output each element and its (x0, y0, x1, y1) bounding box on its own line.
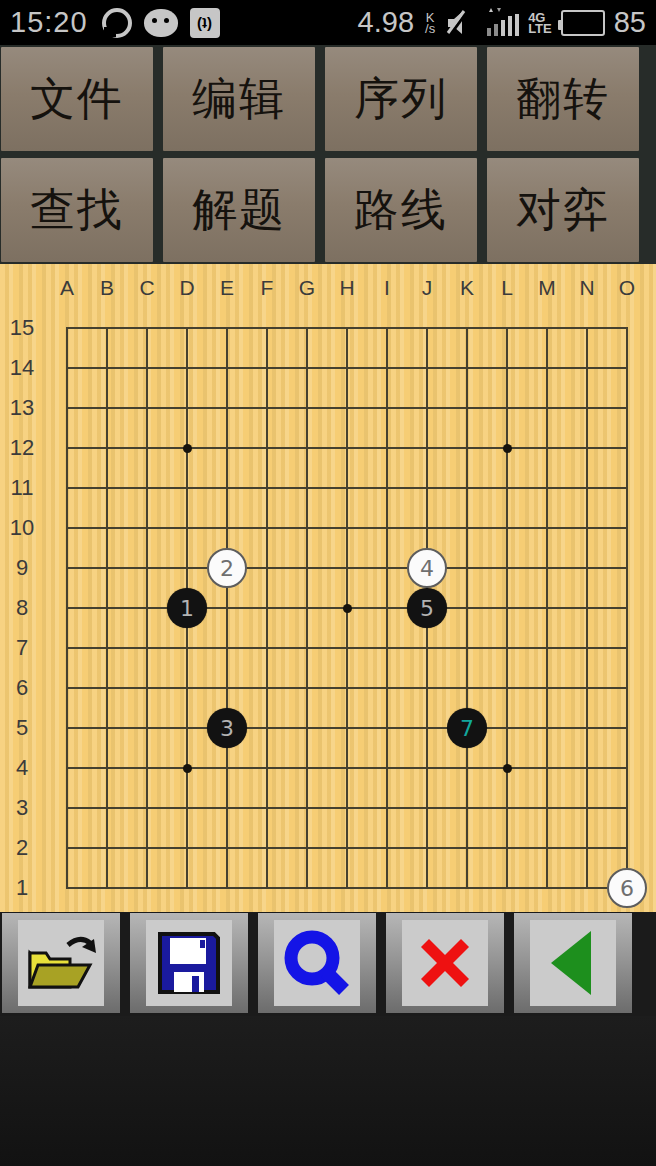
bottom-toolbar (0, 912, 656, 1016)
column-label: J (407, 276, 447, 300)
menu-find-button[interactable]: 查找 (1, 158, 153, 262)
column-label: K (447, 276, 487, 300)
column-label: F (247, 276, 287, 300)
menu-edit-button[interactable]: 编辑 (163, 47, 315, 151)
menu-grid: 文件 编辑 序列 翻转 查找 解题 路线 对弈 (0, 45, 656, 264)
mute-icon (444, 7, 476, 39)
bottom-black-area (0, 1016, 656, 1166)
column-label: G (287, 276, 327, 300)
signal-icon (485, 6, 519, 40)
column-label: C (127, 276, 167, 300)
open-file-button[interactable] (2, 913, 120, 1013)
white-stone-J9[interactable]: 4 (407, 548, 447, 588)
column-label: A (47, 276, 87, 300)
white-stone-O1[interactable]: 6 (607, 868, 647, 908)
star-point (183, 764, 192, 773)
wechat-notification-icon (144, 9, 178, 37)
open-folder-icon (24, 931, 98, 995)
black-stone-J8[interactable]: 5 (407, 588, 447, 628)
row-labels: 151413121110987654321 (4, 308, 40, 908)
menu-flip-button[interactable]: 翻转 (487, 47, 639, 151)
menu-play-button[interactable]: 对弈 (487, 158, 639, 262)
row-label: 15 (4, 308, 40, 348)
column-label: D (167, 276, 207, 300)
save-button[interactable] (130, 913, 248, 1013)
search-icon (282, 928, 352, 998)
row-label: 5 (4, 708, 40, 748)
row-label: 7 (4, 628, 40, 668)
star-point (343, 604, 352, 613)
white-stone-E9[interactable]: 2 (207, 548, 247, 588)
black-stone-K5[interactable]: 7 (447, 708, 487, 748)
qq-notification-icon (102, 8, 132, 38)
column-label: L (487, 276, 527, 300)
save-floppy-icon (156, 930, 222, 996)
hotspot-icon: (ʇ) (190, 8, 220, 38)
row-label: 13 (4, 388, 40, 428)
row-label: 4 (4, 748, 40, 788)
row-label: 10 (4, 508, 40, 548)
battery-icon (561, 10, 605, 36)
back-button[interactable] (514, 913, 632, 1013)
black-stone-E5[interactable]: 3 (207, 708, 247, 748)
row-label: 3 (4, 788, 40, 828)
row-label: 8 (4, 588, 40, 628)
menu-solve-button[interactable]: 解题 (163, 158, 315, 262)
column-label: I (367, 276, 407, 300)
column-labels: ABCDEFGHIJKLMNO (47, 276, 647, 300)
menu-route-button[interactable]: 路线 (325, 158, 477, 262)
go-board[interactable]: ABCDEFGHIJKLMNO 151413121110987654321 12… (0, 264, 656, 912)
black-stone-D8[interactable]: 1 (167, 588, 207, 628)
row-label: 12 (4, 428, 40, 468)
menu-sequence-button[interactable]: 序列 (325, 47, 477, 151)
network-type-label: 4G LTE (528, 12, 552, 34)
row-label: 6 (4, 668, 40, 708)
star-point (183, 444, 192, 453)
star-point (503, 764, 512, 773)
battery-percent: 85 (614, 6, 646, 39)
row-label: 2 (4, 828, 40, 868)
delete-x-icon (413, 931, 477, 995)
column-label: B (87, 276, 127, 300)
board-intersections[interactable]: 1234567 (47, 308, 647, 908)
menu-file-button[interactable]: 文件 (1, 47, 153, 151)
search-button[interactable] (258, 913, 376, 1013)
status-bar: 15:20 (ʇ) 4.98 K /s 4G LTE (0, 0, 656, 45)
row-label: 11 (4, 468, 40, 508)
network-speed: 4.98 (358, 6, 414, 39)
column-label: N (567, 276, 607, 300)
column-label: E (207, 276, 247, 300)
row-label: 9 (4, 548, 40, 588)
clock: 15:20 (10, 6, 88, 39)
column-label: M (527, 276, 567, 300)
back-triangle-icon (541, 927, 605, 999)
network-speed-unit: K /s (425, 12, 435, 34)
star-point (503, 444, 512, 453)
row-label: 1 (4, 868, 40, 908)
row-label: 14 (4, 348, 40, 388)
column-label: H (327, 276, 367, 300)
column-label: O (607, 276, 647, 300)
delete-button[interactable] (386, 913, 504, 1013)
